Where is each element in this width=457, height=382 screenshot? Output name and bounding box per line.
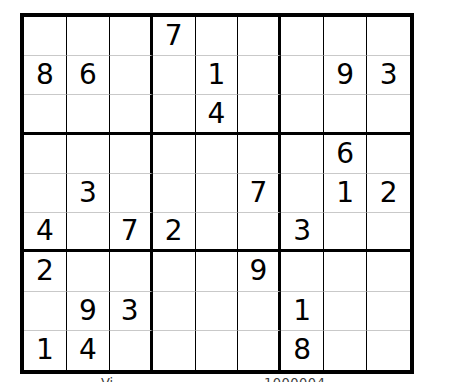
- cell-r6c6[interactable]: [238, 213, 281, 252]
- cell-r7c9[interactable]: [367, 252, 410, 291]
- cell-r2c9[interactable]: 3: [367, 56, 410, 95]
- cell-r8c1[interactable]: [24, 292, 67, 331]
- cell-r8c4[interactable]: [153, 292, 196, 331]
- cell-r2c5[interactable]: 1: [196, 56, 239, 95]
- cell-r7c2[interactable]: [67, 252, 110, 291]
- cell-r4c8[interactable]: 6: [324, 135, 367, 174]
- cell-r4c2[interactable]: [67, 135, 110, 174]
- cell-r8c9[interactable]: [367, 292, 410, 331]
- cell-r2c7[interactable]: [281, 56, 324, 95]
- cell-r5c7[interactable]: [281, 174, 324, 213]
- cell-r3c1[interactable]: [24, 95, 67, 134]
- cell-r1c2[interactable]: [67, 17, 110, 56]
- caption-fragment-right: 1000004: [264, 376, 325, 382]
- cell-r8c3[interactable]: 3: [110, 292, 153, 331]
- cell-r6c7[interactable]: 3: [281, 213, 324, 252]
- cell-r6c2[interactable]: [67, 213, 110, 252]
- cell-r9c3[interactable]: [110, 331, 153, 370]
- cell-r7c4[interactable]: [153, 252, 196, 291]
- cell-r7c1[interactable]: 2: [24, 252, 67, 291]
- cell-r4c5[interactable]: [196, 135, 239, 174]
- cell-r3c7[interactable]: [281, 95, 324, 134]
- cell-r1c5[interactable]: [196, 17, 239, 56]
- cell-r8c5[interactable]: [196, 292, 239, 331]
- cell-r7c5[interactable]: [196, 252, 239, 291]
- cell-r8c6[interactable]: [238, 292, 281, 331]
- cell-r7c6[interactable]: 9: [238, 252, 281, 291]
- cell-r4c6[interactable]: [238, 135, 281, 174]
- cell-r9c6[interactable]: [238, 331, 281, 370]
- cell-r6c3[interactable]: 7: [110, 213, 153, 252]
- cell-r6c5[interactable]: [196, 213, 239, 252]
- cell-r5c1[interactable]: [24, 174, 67, 213]
- cell-r4c1[interactable]: [24, 135, 67, 174]
- cell-r3c3[interactable]: [110, 95, 153, 134]
- cell-r4c9[interactable]: [367, 135, 410, 174]
- cell-r1c9[interactable]: [367, 17, 410, 56]
- cell-r9c1[interactable]: 1: [24, 331, 67, 370]
- cell-r1c3[interactable]: [110, 17, 153, 56]
- cell-r5c3[interactable]: [110, 174, 153, 213]
- cell-r5c6[interactable]: 7: [238, 174, 281, 213]
- cell-r7c8[interactable]: [324, 252, 367, 291]
- cell-r4c4[interactable]: [153, 135, 196, 174]
- cell-r6c8[interactable]: [324, 213, 367, 252]
- cell-r3c4[interactable]: [153, 95, 196, 134]
- cell-r5c2[interactable]: 3: [67, 174, 110, 213]
- cell-r7c3[interactable]: [110, 252, 153, 291]
- cell-r9c7[interactable]: 8: [281, 331, 324, 370]
- cell-r1c8[interactable]: [324, 17, 367, 56]
- cell-r9c4[interactable]: [153, 331, 196, 370]
- cell-r8c8[interactable]: [324, 292, 367, 331]
- cell-r7c7[interactable]: [281, 252, 324, 291]
- cell-r2c3[interactable]: [110, 56, 153, 95]
- cell-r3c5[interactable]: 4: [196, 95, 239, 134]
- cell-r2c6[interactable]: [238, 56, 281, 95]
- cell-r9c8[interactable]: [324, 331, 367, 370]
- sudoku-board: 786193463712472329931148: [20, 13, 414, 374]
- cell-r9c9[interactable]: [367, 331, 410, 370]
- cell-r6c4[interactable]: 2: [153, 213, 196, 252]
- cell-r3c8[interactable]: [324, 95, 367, 134]
- cell-r2c4[interactable]: [153, 56, 196, 95]
- cell-r3c6[interactable]: [238, 95, 281, 134]
- cell-r1c1[interactable]: [24, 17, 67, 56]
- cell-r3c9[interactable]: [367, 95, 410, 134]
- caption-fragment-left: Vi: [101, 376, 113, 382]
- cell-r4c7[interactable]: [281, 135, 324, 174]
- cell-r6c1[interactable]: 4: [24, 213, 67, 252]
- cell-r6c9[interactable]: [367, 213, 410, 252]
- cell-r2c2[interactable]: 6: [67, 56, 110, 95]
- cell-r1c6[interactable]: [238, 17, 281, 56]
- cell-r5c9[interactable]: 2: [367, 174, 410, 213]
- cell-r5c8[interactable]: 1: [324, 174, 367, 213]
- cell-r1c7[interactable]: [281, 17, 324, 56]
- cell-r4c3[interactable]: [110, 135, 153, 174]
- cell-r2c8[interactable]: 9: [324, 56, 367, 95]
- cell-r8c7[interactable]: 1: [281, 292, 324, 331]
- cell-r5c5[interactable]: [196, 174, 239, 213]
- cell-r9c2[interactable]: 4: [67, 331, 110, 370]
- cell-r5c4[interactable]: [153, 174, 196, 213]
- cell-r9c5[interactable]: [196, 331, 239, 370]
- cell-r8c2[interactable]: 9: [67, 292, 110, 331]
- cell-r1c4[interactable]: 7: [153, 17, 196, 56]
- cell-r3c2[interactable]: [67, 95, 110, 134]
- cell-r2c1[interactable]: 8: [24, 56, 67, 95]
